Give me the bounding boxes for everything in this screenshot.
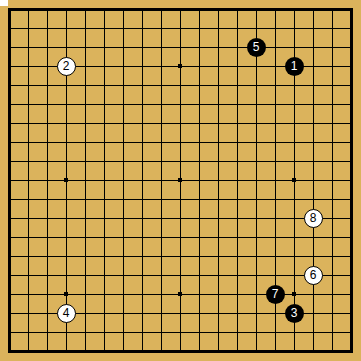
stone-number: 2	[63, 60, 70, 72]
stone-number: 5	[253, 41, 260, 53]
stone-black-3: 3	[285, 304, 304, 323]
stones-layer: 12345678	[0, 0, 361, 361]
stone-white-6: 6	[304, 266, 323, 285]
stone-black-7: 7	[266, 285, 285, 304]
stone-black-1: 1	[285, 57, 304, 76]
stone-number: 1	[291, 60, 298, 72]
stone-number: 3	[291, 307, 298, 319]
stone-number: 6	[310, 269, 317, 281]
stone-number: 8	[310, 212, 317, 224]
page-corner-fragment	[0, 0, 8, 6]
stone-black-5: 5	[247, 38, 266, 57]
stone-white-4: 4	[57, 304, 76, 323]
stone-number: 4	[63, 307, 70, 319]
go-board: 12345678	[0, 0, 361, 361]
stone-number: 7	[272, 288, 279, 300]
stone-white-2: 2	[57, 57, 76, 76]
stone-white-8: 8	[304, 209, 323, 228]
